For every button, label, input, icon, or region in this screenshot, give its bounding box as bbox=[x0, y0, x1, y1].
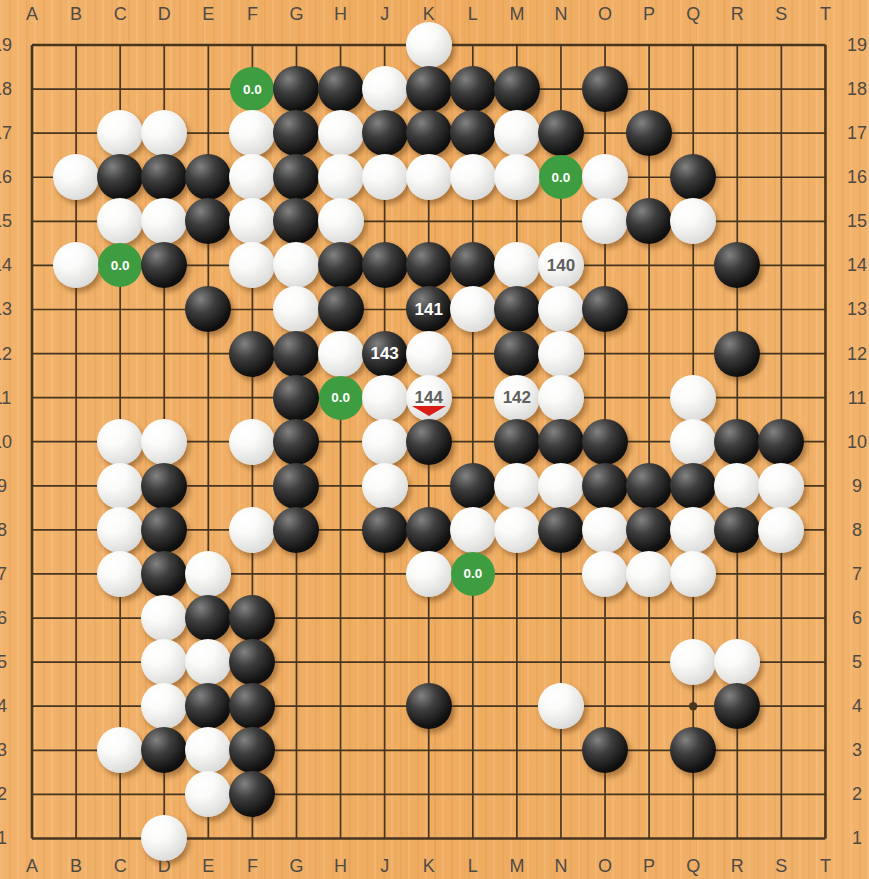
intersection-N11[interactable] bbox=[539, 376, 583, 420]
intersection-L11[interactable] bbox=[451, 376, 495, 420]
intersection-A7[interactable] bbox=[10, 552, 54, 596]
intersection-L14[interactable] bbox=[451, 243, 495, 287]
intersection-L13[interactable] bbox=[451, 287, 495, 331]
intersection-O6[interactable] bbox=[583, 596, 627, 640]
intersection-L19[interactable] bbox=[451, 23, 495, 67]
intersection-M2[interactable] bbox=[495, 772, 539, 816]
intersection-K14[interactable] bbox=[407, 243, 451, 287]
intersection-F19[interactable] bbox=[230, 23, 274, 67]
intersection-S18[interactable] bbox=[759, 67, 803, 111]
intersection-T7[interactable] bbox=[803, 552, 847, 596]
intersection-M15[interactable] bbox=[495, 199, 539, 243]
intersection-O5[interactable] bbox=[583, 640, 627, 684]
intersection-K3[interactable] bbox=[407, 728, 451, 772]
intersection-Q4[interactable] bbox=[671, 684, 715, 728]
intersection-O3[interactable] bbox=[583, 728, 627, 772]
intersection-K4[interactable] bbox=[407, 684, 451, 728]
intersection-O14[interactable] bbox=[583, 243, 627, 287]
intersection-D12[interactable] bbox=[142, 332, 186, 376]
intersection-E2[interactable] bbox=[186, 772, 230, 816]
intersection-F13[interactable] bbox=[230, 287, 274, 331]
intersection-B11[interactable] bbox=[54, 376, 98, 420]
intersection-H12[interactable] bbox=[319, 332, 363, 376]
intersection-C18[interactable] bbox=[98, 67, 142, 111]
intersection-N5[interactable] bbox=[539, 640, 583, 684]
intersection-M19[interactable] bbox=[495, 23, 539, 67]
intersection-C14[interactable]: 0.0 bbox=[98, 243, 142, 287]
suggested-move-marker[interactable]: 0.0 bbox=[539, 155, 583, 199]
intersection-N10[interactable] bbox=[539, 420, 583, 464]
intersection-O11[interactable] bbox=[583, 376, 627, 420]
intersection-S14[interactable] bbox=[759, 243, 803, 287]
intersection-R16[interactable] bbox=[715, 155, 759, 199]
intersection-G16[interactable] bbox=[274, 155, 318, 199]
intersection-Q1[interactable] bbox=[671, 816, 715, 860]
intersection-E5[interactable] bbox=[186, 640, 230, 684]
intersection-G10[interactable] bbox=[274, 420, 318, 464]
intersection-N3[interactable] bbox=[539, 728, 583, 772]
intersection-R14[interactable] bbox=[715, 243, 759, 287]
intersection-O8[interactable] bbox=[583, 508, 627, 552]
intersection-O16[interactable] bbox=[583, 155, 627, 199]
intersection-E12[interactable] bbox=[186, 332, 230, 376]
intersection-C19[interactable] bbox=[98, 23, 142, 67]
intersection-D6[interactable] bbox=[142, 596, 186, 640]
intersection-G1[interactable] bbox=[274, 816, 318, 860]
intersection-O18[interactable] bbox=[583, 67, 627, 111]
intersection-P4[interactable] bbox=[627, 684, 671, 728]
intersection-Q16[interactable] bbox=[671, 155, 715, 199]
intersection-B14[interactable] bbox=[54, 243, 98, 287]
intersection-O19[interactable] bbox=[583, 23, 627, 67]
intersection-L2[interactable] bbox=[451, 772, 495, 816]
intersection-B12[interactable] bbox=[54, 332, 98, 376]
intersection-C15[interactable] bbox=[98, 199, 142, 243]
intersection-C11[interactable] bbox=[98, 376, 142, 420]
intersection-O1[interactable] bbox=[583, 816, 627, 860]
intersection-Q15[interactable] bbox=[671, 199, 715, 243]
intersection-B8[interactable] bbox=[54, 508, 98, 552]
intersection-M5[interactable] bbox=[495, 640, 539, 684]
intersection-T8[interactable] bbox=[803, 508, 847, 552]
intersection-K12[interactable] bbox=[407, 332, 451, 376]
intersection-L9[interactable] bbox=[451, 464, 495, 508]
intersection-P5[interactable] bbox=[627, 640, 671, 684]
intersection-S6[interactable] bbox=[759, 596, 803, 640]
intersection-H5[interactable] bbox=[319, 640, 363, 684]
intersection-S13[interactable] bbox=[759, 287, 803, 331]
intersection-G12[interactable] bbox=[274, 332, 318, 376]
intersection-R9[interactable] bbox=[715, 464, 759, 508]
intersection-P15[interactable] bbox=[627, 199, 671, 243]
intersection-H19[interactable] bbox=[319, 23, 363, 67]
intersection-N8[interactable] bbox=[539, 508, 583, 552]
intersection-O9[interactable] bbox=[583, 464, 627, 508]
intersection-B6[interactable] bbox=[54, 596, 98, 640]
intersection-J7[interactable] bbox=[363, 552, 407, 596]
intersection-Q2[interactable] bbox=[671, 772, 715, 816]
intersection-G4[interactable] bbox=[274, 684, 318, 728]
intersection-N2[interactable] bbox=[539, 772, 583, 816]
intersection-C3[interactable] bbox=[98, 728, 142, 772]
intersection-M9[interactable] bbox=[495, 464, 539, 508]
intersection-A16[interactable] bbox=[10, 155, 54, 199]
intersection-A17[interactable] bbox=[10, 111, 54, 155]
intersection-R15[interactable] bbox=[715, 199, 759, 243]
intersection-N15[interactable] bbox=[539, 199, 583, 243]
suggested-move-marker[interactable]: 0.0 bbox=[230, 67, 274, 111]
intersection-B10[interactable] bbox=[54, 420, 98, 464]
intersection-O17[interactable] bbox=[583, 111, 627, 155]
intersection-Q5[interactable] bbox=[671, 640, 715, 684]
intersection-S2[interactable] bbox=[759, 772, 803, 816]
intersection-B1[interactable] bbox=[54, 816, 98, 860]
intersection-F1[interactable] bbox=[230, 816, 274, 860]
intersection-K2[interactable] bbox=[407, 772, 451, 816]
intersection-P7[interactable] bbox=[627, 552, 671, 596]
intersection-Q14[interactable] bbox=[671, 243, 715, 287]
intersection-K9[interactable] bbox=[407, 464, 451, 508]
intersection-A13[interactable] bbox=[10, 287, 54, 331]
intersection-P16[interactable] bbox=[627, 155, 671, 199]
intersection-O15[interactable] bbox=[583, 199, 627, 243]
intersection-D7[interactable] bbox=[142, 552, 186, 596]
intersection-G5[interactable] bbox=[274, 640, 318, 684]
intersection-D10[interactable] bbox=[142, 420, 186, 464]
intersection-H18[interactable] bbox=[319, 67, 363, 111]
intersection-K15[interactable] bbox=[407, 199, 451, 243]
intersection-R1[interactable] bbox=[715, 816, 759, 860]
intersection-C12[interactable] bbox=[98, 332, 142, 376]
intersection-K1[interactable] bbox=[407, 816, 451, 860]
intersection-J14[interactable] bbox=[363, 243, 407, 287]
intersection-G15[interactable] bbox=[274, 199, 318, 243]
intersection-B5[interactable] bbox=[54, 640, 98, 684]
intersection-F10[interactable] bbox=[230, 420, 274, 464]
intersection-J13[interactable] bbox=[363, 287, 407, 331]
intersection-A8[interactable] bbox=[10, 508, 54, 552]
intersection-T3[interactable] bbox=[803, 728, 847, 772]
intersection-H8[interactable] bbox=[319, 508, 363, 552]
intersection-F15[interactable] bbox=[230, 199, 274, 243]
intersection-D14[interactable] bbox=[142, 243, 186, 287]
intersection-H16[interactable] bbox=[319, 155, 363, 199]
intersection-R4[interactable] bbox=[715, 684, 759, 728]
intersection-S17[interactable] bbox=[759, 111, 803, 155]
intersection-E6[interactable] bbox=[186, 596, 230, 640]
intersection-F18[interactable]: 0.0 bbox=[230, 67, 274, 111]
intersection-H14[interactable] bbox=[319, 243, 363, 287]
intersection-G7[interactable] bbox=[274, 552, 318, 596]
intersection-H9[interactable] bbox=[319, 464, 363, 508]
intersection-P11[interactable] bbox=[627, 376, 671, 420]
intersection-D16[interactable] bbox=[142, 155, 186, 199]
intersection-E14[interactable] bbox=[186, 243, 230, 287]
intersection-F6[interactable] bbox=[230, 596, 274, 640]
intersection-H17[interactable] bbox=[319, 111, 363, 155]
intersection-E16[interactable] bbox=[186, 155, 230, 199]
intersection-Q19[interactable] bbox=[671, 23, 715, 67]
intersection-C2[interactable] bbox=[98, 772, 142, 816]
intersection-H10[interactable] bbox=[319, 420, 363, 464]
intersection-Q18[interactable] bbox=[671, 67, 715, 111]
intersection-A14[interactable] bbox=[10, 243, 54, 287]
intersection-A4[interactable] bbox=[10, 684, 54, 728]
intersection-E4[interactable] bbox=[186, 684, 230, 728]
intersection-R7[interactable] bbox=[715, 552, 759, 596]
intersection-T18[interactable] bbox=[803, 67, 847, 111]
intersection-J18[interactable] bbox=[363, 67, 407, 111]
intersection-A10[interactable] bbox=[10, 420, 54, 464]
intersection-T9[interactable] bbox=[803, 464, 847, 508]
intersection-D18[interactable] bbox=[142, 67, 186, 111]
intersection-P8[interactable] bbox=[627, 508, 671, 552]
intersection-D19[interactable] bbox=[142, 23, 186, 67]
intersection-K7[interactable] bbox=[407, 552, 451, 596]
intersection-K16[interactable] bbox=[407, 155, 451, 199]
intersection-Q17[interactable] bbox=[671, 111, 715, 155]
intersection-O12[interactable] bbox=[583, 332, 627, 376]
intersection-T19[interactable] bbox=[803, 23, 847, 67]
intersection-S15[interactable] bbox=[759, 199, 803, 243]
intersection-E15[interactable] bbox=[186, 199, 230, 243]
intersection-D11[interactable] bbox=[142, 376, 186, 420]
intersection-A6[interactable] bbox=[10, 596, 54, 640]
intersection-Q8[interactable] bbox=[671, 508, 715, 552]
intersection-A5[interactable] bbox=[10, 640, 54, 684]
intersection-D5[interactable] bbox=[142, 640, 186, 684]
suggested-move-marker[interactable]: 0.0 bbox=[319, 376, 363, 420]
intersection-G11[interactable] bbox=[274, 376, 318, 420]
intersection-S4[interactable] bbox=[759, 684, 803, 728]
intersection-Q12[interactable] bbox=[671, 332, 715, 376]
intersection-R2[interactable] bbox=[715, 772, 759, 816]
intersection-K5[interactable] bbox=[407, 640, 451, 684]
intersection-L4[interactable] bbox=[451, 684, 495, 728]
intersection-F3[interactable] bbox=[230, 728, 274, 772]
intersection-L6[interactable] bbox=[451, 596, 495, 640]
intersection-D3[interactable] bbox=[142, 728, 186, 772]
intersection-Q13[interactable] bbox=[671, 287, 715, 331]
intersection-E7[interactable] bbox=[186, 552, 230, 596]
intersection-R19[interactable] bbox=[715, 23, 759, 67]
intersection-N6[interactable] bbox=[539, 596, 583, 640]
intersection-J6[interactable] bbox=[363, 596, 407, 640]
intersection-Q7[interactable] bbox=[671, 552, 715, 596]
intersection-F14[interactable] bbox=[230, 243, 274, 287]
intersection-M4[interactable] bbox=[495, 684, 539, 728]
intersection-D4[interactable] bbox=[142, 684, 186, 728]
intersection-F4[interactable] bbox=[230, 684, 274, 728]
intersection-D2[interactable] bbox=[142, 772, 186, 816]
intersection-Q3[interactable] bbox=[671, 728, 715, 772]
intersection-T6[interactable] bbox=[803, 596, 847, 640]
intersection-B15[interactable] bbox=[54, 199, 98, 243]
intersection-B7[interactable] bbox=[54, 552, 98, 596]
intersection-T12[interactable] bbox=[803, 332, 847, 376]
intersection-T15[interactable] bbox=[803, 199, 847, 243]
intersection-F8[interactable] bbox=[230, 508, 274, 552]
intersection-D9[interactable] bbox=[142, 464, 186, 508]
intersection-S10[interactable] bbox=[759, 420, 803, 464]
intersection-G19[interactable] bbox=[274, 23, 318, 67]
intersection-A12[interactable] bbox=[10, 332, 54, 376]
intersection-B9[interactable] bbox=[54, 464, 98, 508]
intersection-L18[interactable] bbox=[451, 67, 495, 111]
intersection-J3[interactable] bbox=[363, 728, 407, 772]
intersection-Q6[interactable] bbox=[671, 596, 715, 640]
intersection-B17[interactable] bbox=[54, 111, 98, 155]
intersection-L17[interactable] bbox=[451, 111, 495, 155]
intersection-P19[interactable] bbox=[627, 23, 671, 67]
intersection-L10[interactable] bbox=[451, 420, 495, 464]
intersection-S16[interactable] bbox=[759, 155, 803, 199]
intersection-K10[interactable] bbox=[407, 420, 451, 464]
intersection-J9[interactable] bbox=[363, 464, 407, 508]
intersection-C10[interactable] bbox=[98, 420, 142, 464]
intersection-H2[interactable] bbox=[319, 772, 363, 816]
intersection-J19[interactable] bbox=[363, 23, 407, 67]
intersection-K11[interactable]: 144 bbox=[407, 376, 451, 420]
intersection-F9[interactable] bbox=[230, 464, 274, 508]
intersection-E8[interactable] bbox=[186, 508, 230, 552]
intersection-N12[interactable] bbox=[539, 332, 583, 376]
intersection-A11[interactable] bbox=[10, 376, 54, 420]
intersection-H13[interactable] bbox=[319, 287, 363, 331]
intersection-C7[interactable] bbox=[98, 552, 142, 596]
intersection-T2[interactable] bbox=[803, 772, 847, 816]
intersection-S11[interactable] bbox=[759, 376, 803, 420]
intersection-N17[interactable] bbox=[539, 111, 583, 155]
intersection-P13[interactable] bbox=[627, 287, 671, 331]
intersection-A2[interactable] bbox=[10, 772, 54, 816]
intersection-G14[interactable] bbox=[274, 243, 318, 287]
intersection-E9[interactable] bbox=[186, 464, 230, 508]
intersection-R8[interactable] bbox=[715, 508, 759, 552]
intersection-J15[interactable] bbox=[363, 199, 407, 243]
intersection-M16[interactable] bbox=[495, 155, 539, 199]
intersection-N18[interactable] bbox=[539, 67, 583, 111]
intersection-F17[interactable] bbox=[230, 111, 274, 155]
intersection-O2[interactable] bbox=[583, 772, 627, 816]
intersection-F5[interactable] bbox=[230, 640, 274, 684]
intersection-O13[interactable] bbox=[583, 287, 627, 331]
intersection-E13[interactable] bbox=[186, 287, 230, 331]
intersection-P17[interactable] bbox=[627, 111, 671, 155]
intersection-M3[interactable] bbox=[495, 728, 539, 772]
intersection-P18[interactable] bbox=[627, 67, 671, 111]
intersection-E19[interactable] bbox=[186, 23, 230, 67]
intersection-Q9[interactable] bbox=[671, 464, 715, 508]
intersection-C1[interactable] bbox=[98, 816, 142, 860]
intersection-K13[interactable]: 141 bbox=[407, 287, 451, 331]
intersection-N19[interactable] bbox=[539, 23, 583, 67]
intersection-A9[interactable] bbox=[10, 464, 54, 508]
intersection-C5[interactable] bbox=[98, 640, 142, 684]
intersection-E3[interactable] bbox=[186, 728, 230, 772]
intersection-D1[interactable] bbox=[142, 816, 186, 860]
intersection-S7[interactable] bbox=[759, 552, 803, 596]
intersection-T5[interactable] bbox=[803, 640, 847, 684]
intersection-E17[interactable] bbox=[186, 111, 230, 155]
intersection-L1[interactable] bbox=[451, 816, 495, 860]
intersection-G17[interactable] bbox=[274, 111, 318, 155]
intersection-G9[interactable] bbox=[274, 464, 318, 508]
intersection-E11[interactable] bbox=[186, 376, 230, 420]
intersection-M13[interactable] bbox=[495, 287, 539, 331]
intersection-D15[interactable] bbox=[142, 199, 186, 243]
intersection-A1[interactable] bbox=[10, 816, 54, 860]
intersection-C8[interactable] bbox=[98, 508, 142, 552]
intersection-F2[interactable] bbox=[230, 772, 274, 816]
intersection-J11[interactable] bbox=[363, 376, 407, 420]
intersection-J2[interactable] bbox=[363, 772, 407, 816]
intersection-H4[interactable] bbox=[319, 684, 363, 728]
intersection-S19[interactable] bbox=[759, 23, 803, 67]
intersection-H3[interactable] bbox=[319, 728, 363, 772]
intersection-G8[interactable] bbox=[274, 508, 318, 552]
intersection-T10[interactable] bbox=[803, 420, 847, 464]
intersection-P12[interactable] bbox=[627, 332, 671, 376]
intersection-L7[interactable]: 0.0 bbox=[451, 552, 495, 596]
intersection-A15[interactable] bbox=[10, 199, 54, 243]
intersection-H11[interactable]: 0.0 bbox=[319, 376, 363, 420]
intersection-R10[interactable] bbox=[715, 420, 759, 464]
intersection-B18[interactable] bbox=[54, 67, 98, 111]
intersection-P2[interactable] bbox=[627, 772, 671, 816]
intersection-R17[interactable] bbox=[715, 111, 759, 155]
intersection-B13[interactable] bbox=[54, 287, 98, 331]
intersection-Q11[interactable] bbox=[671, 376, 715, 420]
intersection-T1[interactable] bbox=[803, 816, 847, 860]
intersection-D17[interactable] bbox=[142, 111, 186, 155]
intersection-M11[interactable]: 142 bbox=[495, 376, 539, 420]
intersection-T17[interactable] bbox=[803, 111, 847, 155]
intersection-B4[interactable] bbox=[54, 684, 98, 728]
intersection-K17[interactable] bbox=[407, 111, 451, 155]
intersection-O10[interactable] bbox=[583, 420, 627, 464]
intersection-R6[interactable] bbox=[715, 596, 759, 640]
intersection-M6[interactable] bbox=[495, 596, 539, 640]
intersection-M7[interactable] bbox=[495, 552, 539, 596]
intersection-D8[interactable] bbox=[142, 508, 186, 552]
intersection-J16[interactable] bbox=[363, 155, 407, 199]
intersection-P3[interactable] bbox=[627, 728, 671, 772]
intersection-F11[interactable] bbox=[230, 376, 274, 420]
intersection-K8[interactable] bbox=[407, 508, 451, 552]
intersection-S8[interactable] bbox=[759, 508, 803, 552]
intersection-P6[interactable] bbox=[627, 596, 671, 640]
intersection-N4[interactable] bbox=[539, 684, 583, 728]
intersection-S3[interactable] bbox=[759, 728, 803, 772]
intersection-Q10[interactable] bbox=[671, 420, 715, 464]
intersection-R5[interactable] bbox=[715, 640, 759, 684]
intersection-T4[interactable] bbox=[803, 684, 847, 728]
intersection-E18[interactable] bbox=[186, 67, 230, 111]
intersection-J1[interactable] bbox=[363, 816, 407, 860]
intersection-T16[interactable] bbox=[803, 155, 847, 199]
intersection-R18[interactable] bbox=[715, 67, 759, 111]
intersection-A19[interactable] bbox=[10, 23, 54, 67]
intersection-C17[interactable] bbox=[98, 111, 142, 155]
intersection-G2[interactable] bbox=[274, 772, 318, 816]
intersection-N1[interactable] bbox=[539, 816, 583, 860]
intersection-H6[interactable] bbox=[319, 596, 363, 640]
intersection-C9[interactable] bbox=[98, 464, 142, 508]
intersection-D13[interactable] bbox=[142, 287, 186, 331]
intersection-P14[interactable] bbox=[627, 243, 671, 287]
intersection-K19[interactable] bbox=[407, 23, 451, 67]
